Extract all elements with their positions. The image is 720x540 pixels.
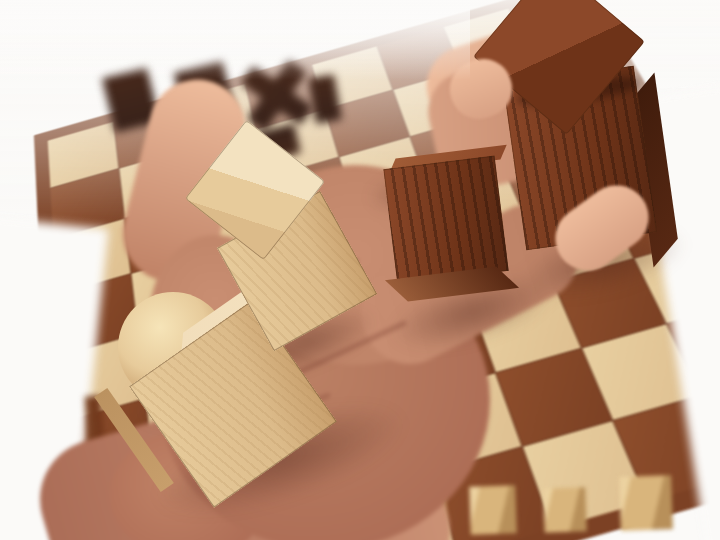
fingertip-over-dark-king bbox=[543, 173, 662, 284]
finger-mid-band bbox=[345, 188, 594, 380]
palm-upper bbox=[240, 165, 470, 365]
pawn-cube-2 bbox=[403, 489, 447, 536]
board-square bbox=[462, 51, 552, 116]
board-square bbox=[635, 236, 720, 323]
shadow-under-dark-sphere bbox=[365, 164, 465, 218]
back-dark-cube-3 bbox=[196, 124, 243, 167]
board-square bbox=[48, 122, 118, 187]
shadow-under-dark-cube bbox=[383, 260, 563, 365]
board-square bbox=[411, 117, 503, 188]
board-square bbox=[578, 124, 682, 198]
photo-of-chess-set bbox=[0, 0, 720, 540]
board-square bbox=[325, 398, 432, 498]
board-square bbox=[246, 65, 324, 128]
board-square bbox=[343, 473, 457, 540]
board-square bbox=[125, 199, 205, 273]
board-square bbox=[450, 222, 552, 304]
board-square bbox=[138, 312, 226, 399]
shadow-under-light-pieces bbox=[144, 382, 416, 538]
background-overlays bbox=[0, 0, 720, 540]
back-dark-x-piece bbox=[241, 57, 312, 134]
board-square bbox=[154, 447, 252, 540]
back-dark-cube-4 bbox=[255, 124, 301, 163]
palm bbox=[160, 250, 490, 540]
board-square bbox=[553, 259, 666, 347]
shadow-under-light-king bbox=[226, 294, 384, 392]
board-square bbox=[393, 70, 480, 136]
board-square bbox=[196, 178, 279, 251]
board-square bbox=[312, 46, 393, 108]
light-king-lower-cube bbox=[217, 191, 377, 351]
board-square bbox=[411, 373, 522, 472]
overexposure-haze bbox=[0, 0, 470, 80]
x-piece-bar bbox=[247, 60, 307, 133]
board-square bbox=[372, 244, 471, 328]
dark-king-right-face bbox=[630, 72, 678, 267]
board-square bbox=[355, 189, 449, 266]
pawn-cube-4 bbox=[543, 487, 587, 532]
board-square bbox=[64, 399, 153, 494]
white-background-left bbox=[0, 213, 108, 540]
board-square bbox=[53, 219, 130, 294]
white-background-right bbox=[636, 66, 720, 540]
board-square bbox=[114, 103, 187, 168]
dark-rook-top-face bbox=[389, 145, 506, 174]
pawn-cube-3 bbox=[469, 485, 517, 535]
board-square bbox=[268, 158, 354, 231]
board-square bbox=[339, 137, 428, 209]
dark-king-neck-shadow bbox=[515, 71, 641, 110]
board-square bbox=[472, 282, 581, 372]
board-square bbox=[68, 471, 161, 540]
board-square bbox=[378, 27, 461, 89]
blurred-back-rank-pieces bbox=[0, 0, 720, 540]
board-square bbox=[119, 149, 195, 218]
x-piece-bar bbox=[240, 66, 313, 126]
board-square bbox=[527, 200, 633, 281]
wrist bbox=[26, 351, 464, 540]
board-square bbox=[390, 306, 495, 397]
shadow-under-dark-king bbox=[513, 212, 692, 311]
chess-board-grid bbox=[48, 0, 720, 540]
thumb-base bbox=[150, 235, 280, 395]
board-square bbox=[582, 324, 702, 420]
light-king-upper-cube bbox=[185, 120, 325, 260]
board-square bbox=[703, 370, 720, 474]
dark-pawn-sphere bbox=[360, 92, 460, 192]
board-square bbox=[482, 96, 577, 166]
board-square bbox=[206, 231, 293, 310]
board-left-edge-strip bbox=[85, 396, 108, 493]
pieces-in-hand bbox=[0, 0, 720, 540]
palm-crease-1 bbox=[210, 258, 359, 346]
board-square bbox=[50, 169, 123, 239]
pawn-cube-5 bbox=[619, 475, 673, 531]
board-square bbox=[294, 267, 389, 352]
dark-king-lower-cube bbox=[503, 66, 657, 251]
board-square bbox=[180, 84, 256, 148]
dark-rook-bottom-face bbox=[385, 266, 519, 301]
board-square bbox=[444, 9, 530, 70]
board-square bbox=[504, 146, 604, 221]
dark-rook-front-face bbox=[383, 156, 508, 285]
board-square bbox=[433, 447, 551, 540]
light-rook-left-face bbox=[94, 388, 174, 492]
chess-board bbox=[34, 0, 720, 540]
piece-shadows bbox=[0, 0, 720, 540]
light-rook-top-face bbox=[179, 249, 302, 377]
board-square bbox=[57, 274, 137, 355]
back-dark-cube-5 bbox=[308, 74, 342, 124]
shadow-under-light-sphere bbox=[132, 372, 257, 434]
board-square bbox=[553, 76, 651, 145]
board-square bbox=[309, 329, 410, 421]
board-square bbox=[253, 499, 362, 540]
finger-upper-right bbox=[421, 58, 553, 196]
board-square bbox=[188, 129, 267, 197]
front-pawn-rank bbox=[0, 0, 720, 540]
board-square bbox=[523, 422, 646, 529]
board-square bbox=[325, 90, 410, 157]
board-square bbox=[239, 422, 341, 523]
board-square bbox=[510, 0, 599, 50]
board-area bbox=[0, 0, 720, 540]
light-pawn-sphere bbox=[118, 292, 228, 402]
board-square bbox=[531, 31, 624, 95]
board-square bbox=[131, 253, 215, 333]
board-square bbox=[496, 349, 612, 447]
board-square bbox=[613, 396, 720, 502]
board-square bbox=[163, 525, 267, 540]
board-square bbox=[256, 110, 338, 178]
light-rook-front-face bbox=[129, 300, 337, 507]
board-square bbox=[216, 289, 308, 375]
dark-king-upper-cube bbox=[473, 0, 645, 135]
back-dark-cube-2 bbox=[174, 61, 237, 129]
thumb bbox=[113, 69, 256, 291]
palm-heel bbox=[110, 430, 270, 540]
board-square bbox=[145, 376, 238, 470]
depth-of-field-haze bbox=[0, 0, 720, 230]
back-dark-cube-1 bbox=[102, 67, 160, 132]
board-square bbox=[227, 353, 324, 446]
finger-top-right bbox=[416, 14, 583, 136]
board-square bbox=[280, 210, 370, 288]
fingertip-left-of-dark-king bbox=[442, 51, 520, 127]
pawn-cube-1 bbox=[329, 491, 371, 536]
board-square bbox=[667, 299, 720, 394]
palm-crease-3 bbox=[179, 393, 331, 451]
board-square bbox=[605, 177, 715, 257]
fingertips-over-pieces bbox=[0, 0, 720, 540]
palm-crease-2 bbox=[233, 320, 407, 405]
board-square bbox=[60, 334, 144, 422]
hand bbox=[0, 0, 720, 540]
board-square bbox=[429, 167, 526, 243]
